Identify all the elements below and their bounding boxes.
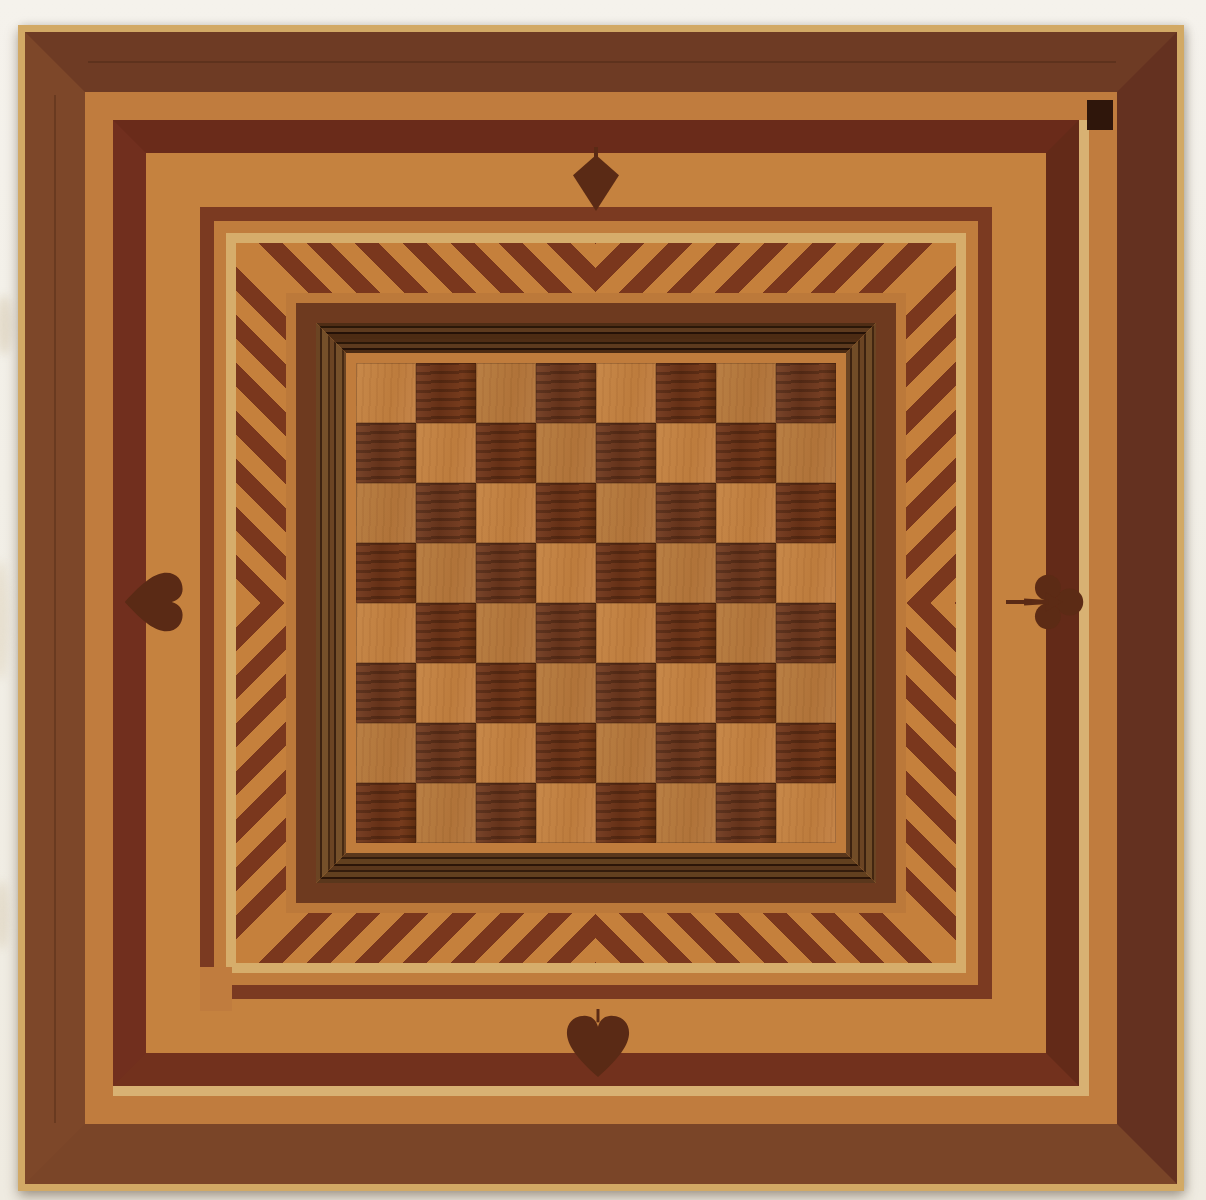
checker-square[interactable]: [716, 783, 776, 843]
checker-square[interactable]: [776, 363, 836, 423]
chevron-segment-left-top: [236, 243, 286, 603]
diamond-inlay: [573, 147, 619, 211]
chevron-segment-bottom-left: [236, 913, 596, 963]
checker-square[interactable]: [416, 483, 476, 543]
checker-square[interactable]: [716, 483, 776, 543]
game-board: [18, 25, 1184, 1191]
ring-motif-band: [146, 153, 1046, 1053]
checker-square[interactable]: [536, 483, 596, 543]
checker-square[interactable]: [776, 723, 836, 783]
checker-square[interactable]: [476, 603, 536, 663]
rosewood-left: [316, 323, 346, 883]
checker-square[interactable]: [656, 603, 716, 663]
checker-square[interactable]: [716, 723, 776, 783]
checker-square[interactable]: [356, 723, 416, 783]
checker-square[interactable]: [656, 543, 716, 603]
checker-square[interactable]: [776, 423, 836, 483]
checker-square[interactable]: [356, 603, 416, 663]
checker-square[interactable]: [416, 603, 476, 663]
chevron-segment-right-top: [906, 243, 956, 603]
checker-square[interactable]: [656, 663, 716, 723]
checker-square[interactable]: [476, 363, 536, 423]
ring-tan-accent: [113, 120, 1089, 1096]
chevron-segment-top-left: [236, 243, 596, 293]
checker-square[interactable]: [356, 423, 416, 483]
checker-square[interactable]: [596, 723, 656, 783]
ring-orange-1: [85, 92, 1117, 1124]
checker-square[interactable]: [476, 783, 536, 843]
checker-square[interactable]: [416, 783, 476, 843]
diamond-inlay-body: [573, 155, 619, 211]
heart-inlay-bottom: [560, 1009, 636, 1083]
checker-square[interactable]: [716, 423, 776, 483]
checker-square[interactable]: [416, 423, 476, 483]
chevron-segment-left-bottom: [236, 603, 286, 963]
checker-square[interactable]: [356, 363, 416, 423]
club-inlay-stem-line: [1006, 600, 1032, 604]
rosewood-top: [316, 323, 876, 353]
checker-square[interactable]: [776, 783, 836, 843]
checker-square[interactable]: [476, 663, 536, 723]
checker-square[interactable]: [476, 543, 536, 603]
checker-square[interactable]: [656, 783, 716, 843]
checker-square[interactable]: [596, 483, 656, 543]
photo-backdrop: [0, 0, 1206, 1200]
ring-pale-tan: [226, 233, 966, 973]
checker-square[interactable]: [656, 363, 716, 423]
chevron-band: [236, 243, 956, 963]
checker-square[interactable]: [416, 723, 476, 783]
checker-square[interactable]: [656, 423, 716, 483]
checker-square[interactable]: [536, 543, 596, 603]
rosewood-frame: [316, 323, 876, 883]
dark-corner-block-top-right: [1087, 100, 1113, 130]
checker-square[interactable]: [596, 783, 656, 843]
ring-brown-2: [296, 303, 896, 903]
checker-square[interactable]: [776, 483, 836, 543]
checker-square[interactable]: [596, 363, 656, 423]
plank-seam: [54, 95, 56, 1123]
checker-square[interactable]: [596, 543, 656, 603]
plank-seam: [88, 61, 1116, 63]
checker-square[interactable]: [776, 543, 836, 603]
checker-square[interactable]: [716, 663, 776, 723]
checker-square[interactable]: [656, 723, 716, 783]
checker-square[interactable]: [536, 663, 596, 723]
checker-square[interactable]: [776, 603, 836, 663]
heart-inlay-left: [118, 568, 186, 636]
checker-square[interactable]: [536, 783, 596, 843]
checker-square[interactable]: [536, 423, 596, 483]
checker-square[interactable]: [356, 783, 416, 843]
wall-stain: [0, 295, 12, 355]
checker-square[interactable]: [356, 483, 416, 543]
checker-square[interactable]: [476, 423, 536, 483]
ring-orange-4: [346, 353, 846, 853]
checker-square[interactable]: [476, 483, 536, 543]
checker-square[interactable]: [416, 663, 476, 723]
checker-square[interactable]: [716, 603, 776, 663]
orange-corner-block-bottom-left: [200, 967, 232, 1011]
checker-square[interactable]: [536, 363, 596, 423]
checker-square[interactable]: [776, 663, 836, 723]
checker-square[interactable]: [716, 543, 776, 603]
wall-stain: [0, 880, 8, 950]
chevron-segment-top-right: [596, 243, 956, 293]
checker-square[interactable]: [716, 363, 776, 423]
checker-square[interactable]: [596, 423, 656, 483]
chevron-segment-right-bottom: [906, 603, 956, 963]
checker-square[interactable]: [536, 723, 596, 783]
checker-square[interactable]: [596, 603, 656, 663]
ring-maroon: [113, 120, 1079, 1086]
rosewood-bottom: [316, 853, 876, 883]
chevron-segment-bottom-right: [596, 913, 956, 963]
checker-square[interactable]: [656, 483, 716, 543]
checker-square[interactable]: [416, 363, 476, 423]
checker-square[interactable]: [416, 543, 476, 603]
ring-orange-2: [214, 221, 978, 985]
checker-square[interactable]: [356, 543, 416, 603]
checker-square[interactable]: [536, 603, 596, 663]
checkerboard: [356, 363, 836, 843]
wall-stain: [0, 560, 8, 680]
ring-orange-3: [286, 293, 906, 913]
rosewood-right: [846, 323, 876, 883]
checker-square[interactable]: [476, 723, 536, 783]
checker-square[interactable]: [596, 663, 656, 723]
ring-brown-thin: [200, 207, 992, 999]
checker-square[interactable]: [356, 663, 416, 723]
